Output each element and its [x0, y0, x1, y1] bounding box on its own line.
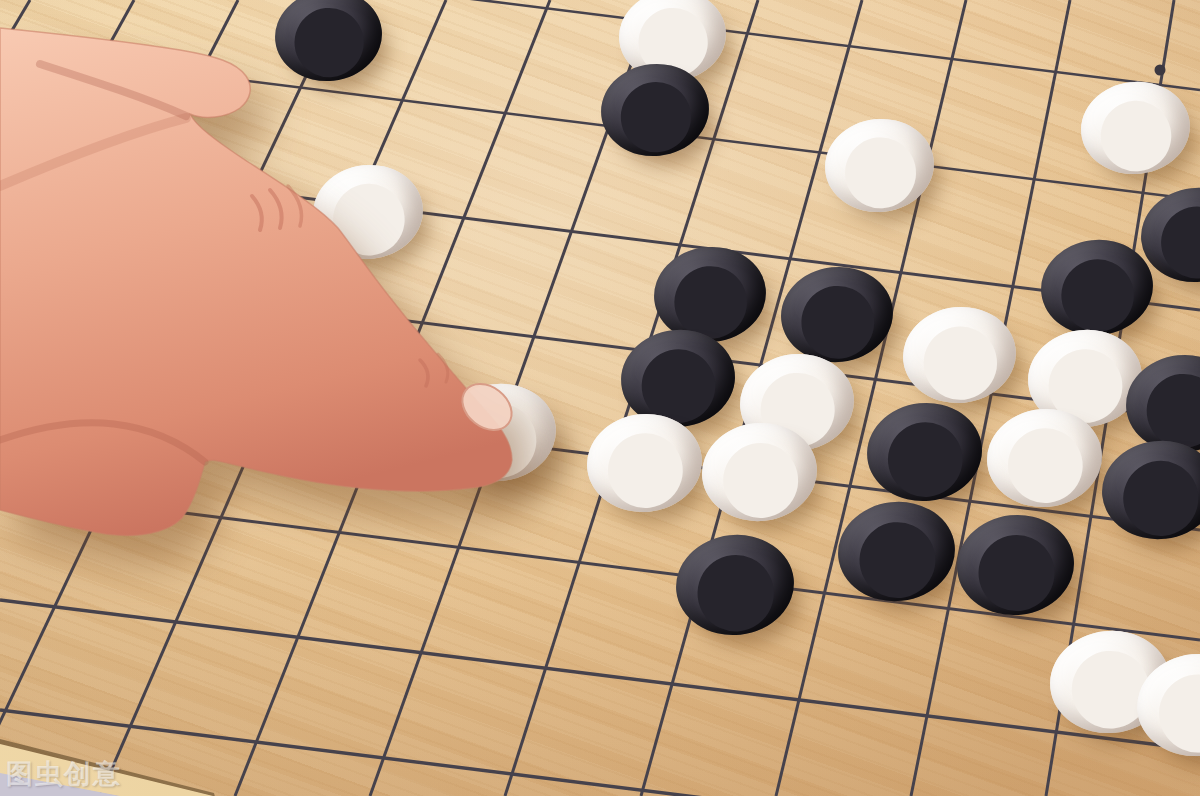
go-photo-scene: ●●●●●●●●●●●●●●●●●●●●●●●●●● 图虫创意	[0, 0, 1200, 796]
hand-silhouette	[0, 28, 512, 535]
player-hand	[0, 0, 1200, 796]
watermark: 图虫创意	[6, 756, 122, 792]
